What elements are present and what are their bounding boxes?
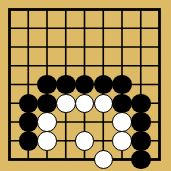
- black-stone: [131, 112, 151, 132]
- black-stone: [19, 131, 39, 151]
- black-stone: [37, 94, 57, 114]
- white-stone: [75, 131, 95, 151]
- black-stone: [37, 75, 57, 95]
- white-stone: [37, 131, 57, 151]
- white-stone: [94, 94, 114, 114]
- black-stone: [19, 112, 39, 132]
- black-stone: [131, 150, 151, 170]
- black-stone: [112, 94, 132, 114]
- black-stone: [19, 94, 39, 114]
- white-stone: [75, 94, 95, 114]
- white-stone: [37, 112, 57, 132]
- black-stone: [131, 94, 151, 114]
- black-stone: [131, 131, 151, 151]
- black-stone: [56, 75, 76, 95]
- white-stone: [94, 150, 114, 170]
- go-board[interactable]: [0, 0, 171, 171]
- black-stone: [112, 75, 132, 95]
- white-stone: [112, 112, 132, 132]
- white-stone: [56, 94, 76, 114]
- white-stone: [112, 131, 132, 151]
- black-stone: [94, 75, 114, 95]
